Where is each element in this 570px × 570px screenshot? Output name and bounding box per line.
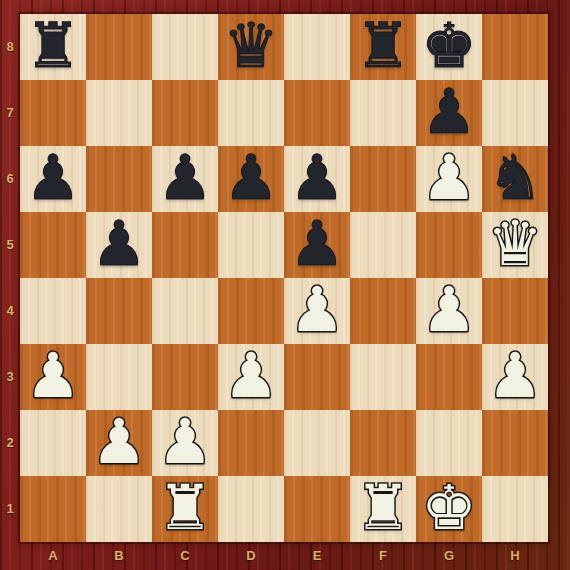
square-d5[interactable] [218, 212, 284, 278]
piece-white-pawn-g6[interactable]: ♟ [416, 146, 482, 212]
square-c8[interactable] [152, 14, 218, 80]
rank-label-2: 2 [0, 410, 20, 476]
square-c5[interactable] [152, 212, 218, 278]
square-a4[interactable] [20, 278, 86, 344]
square-d3[interactable]: ♟ [218, 344, 284, 410]
square-e4[interactable]: ♟ [284, 278, 350, 344]
square-h3[interactable]: ♟ [482, 344, 548, 410]
square-b8[interactable] [86, 14, 152, 80]
piece-white-rook-c1[interactable]: ♜ [152, 476, 218, 542]
piece-black-pawn-c6[interactable]: ♟ [152, 146, 218, 212]
piece-black-knight-h6[interactable]: ♞ [482, 146, 548, 212]
square-h7[interactable] [482, 80, 548, 146]
square-e2[interactable] [284, 410, 350, 476]
square-d8[interactable]: ♛ [218, 14, 284, 80]
square-b4[interactable] [86, 278, 152, 344]
square-f1[interactable]: ♜ [350, 476, 416, 542]
square-h6[interactable]: ♞ [482, 146, 548, 212]
file-label-f: F [350, 542, 416, 570]
square-f4[interactable] [350, 278, 416, 344]
square-b1[interactable] [86, 476, 152, 542]
file-label-b: B [86, 542, 152, 570]
square-a1[interactable] [20, 476, 86, 542]
file-label-h: H [482, 542, 548, 570]
piece-black-king-g8[interactable]: ♚ [416, 14, 482, 80]
square-e7[interactable] [284, 80, 350, 146]
file-label-c: C [152, 542, 218, 570]
square-c4[interactable] [152, 278, 218, 344]
square-a2[interactable] [20, 410, 86, 476]
square-d6[interactable]: ♟ [218, 146, 284, 212]
square-f2[interactable] [350, 410, 416, 476]
piece-black-pawn-b5[interactable]: ♟ [86, 212, 152, 278]
square-h1[interactable] [482, 476, 548, 542]
square-e5[interactable]: ♟ [284, 212, 350, 278]
square-f5[interactable] [350, 212, 416, 278]
square-g6[interactable]: ♟ [416, 146, 482, 212]
chess-board-frame: ♜♛♜♚♟♟♟♟♟♟♞♟♟♛♟♟♟♟♟♟♟♜♜♚ 87654321 ABCDEF… [0, 0, 570, 570]
square-d2[interactable] [218, 410, 284, 476]
square-b5[interactable]: ♟ [86, 212, 152, 278]
square-c6[interactable]: ♟ [152, 146, 218, 212]
piece-white-pawn-d3[interactable]: ♟ [218, 344, 284, 410]
square-c3[interactable] [152, 344, 218, 410]
square-e1[interactable] [284, 476, 350, 542]
rank-label-5: 5 [0, 212, 20, 278]
square-b7[interactable] [86, 80, 152, 146]
square-g2[interactable] [416, 410, 482, 476]
rank-label-7: 7 [0, 80, 20, 146]
piece-black-pawn-d6[interactable]: ♟ [218, 146, 284, 212]
square-d1[interactable] [218, 476, 284, 542]
square-c2[interactable]: ♟ [152, 410, 218, 476]
square-d4[interactable] [218, 278, 284, 344]
piece-white-rook-f1[interactable]: ♜ [350, 476, 416, 542]
square-b3[interactable] [86, 344, 152, 410]
square-h4[interactable] [482, 278, 548, 344]
square-a3[interactable]: ♟ [20, 344, 86, 410]
square-h5[interactable]: ♛ [482, 212, 548, 278]
rank-label-4: 4 [0, 278, 20, 344]
square-g4[interactable]: ♟ [416, 278, 482, 344]
square-h8[interactable] [482, 14, 548, 80]
piece-black-pawn-a6[interactable]: ♟ [20, 146, 86, 212]
square-c7[interactable] [152, 80, 218, 146]
piece-white-pawn-h3[interactable]: ♟ [482, 344, 548, 410]
piece-black-rook-a8[interactable]: ♜ [20, 14, 86, 80]
square-f3[interactable] [350, 344, 416, 410]
piece-black-pawn-g7[interactable]: ♟ [416, 80, 482, 146]
square-e8[interactable] [284, 14, 350, 80]
square-a6[interactable]: ♟ [20, 146, 86, 212]
square-f8[interactable]: ♜ [350, 14, 416, 80]
square-b6[interactable] [86, 146, 152, 212]
square-f7[interactable] [350, 80, 416, 146]
square-a8[interactable]: ♜ [20, 14, 86, 80]
square-f6[interactable] [350, 146, 416, 212]
square-a5[interactable] [20, 212, 86, 278]
piece-white-pawn-a3[interactable]: ♟ [20, 344, 86, 410]
rank-label-8: 8 [0, 14, 20, 80]
piece-white-pawn-c2[interactable]: ♟ [152, 410, 218, 476]
square-b2[interactable]: ♟ [86, 410, 152, 476]
file-label-d: D [218, 542, 284, 570]
square-g3[interactable] [416, 344, 482, 410]
rank-label-3: 3 [0, 344, 20, 410]
file-label-g: G [416, 542, 482, 570]
piece-black-pawn-e5[interactable]: ♟ [284, 212, 350, 278]
chess-board: ♜♛♜♚♟♟♟♟♟♟♞♟♟♛♟♟♟♟♟♟♟♜♜♚ [20, 14, 548, 542]
piece-black-pawn-e6[interactable]: ♟ [284, 146, 350, 212]
piece-white-pawn-b2[interactable]: ♟ [86, 410, 152, 476]
rank-label-6: 6 [0, 146, 20, 212]
square-a7[interactable] [20, 80, 86, 146]
piece-white-pawn-g4[interactable]: ♟ [416, 278, 482, 344]
square-g5[interactable] [416, 212, 482, 278]
piece-black-queen-d8[interactable]: ♛ [218, 14, 284, 80]
square-h2[interactable] [482, 410, 548, 476]
piece-black-rook-f8[interactable]: ♜ [350, 14, 416, 80]
square-g1[interactable]: ♚ [416, 476, 482, 542]
square-g8[interactable]: ♚ [416, 14, 482, 80]
piece-white-pawn-e4[interactable]: ♟ [284, 278, 350, 344]
square-d7[interactable] [218, 80, 284, 146]
square-e6[interactable]: ♟ [284, 146, 350, 212]
square-c1[interactable]: ♜ [152, 476, 218, 542]
piece-white-king-g1[interactable]: ♚ [416, 476, 482, 542]
rank-label-1: 1 [0, 476, 20, 542]
square-g7[interactable]: ♟ [416, 80, 482, 146]
square-e3[interactable] [284, 344, 350, 410]
file-label-a: A [20, 542, 86, 570]
file-label-e: E [284, 542, 350, 570]
piece-white-queen-h5[interactable]: ♛ [482, 212, 548, 278]
